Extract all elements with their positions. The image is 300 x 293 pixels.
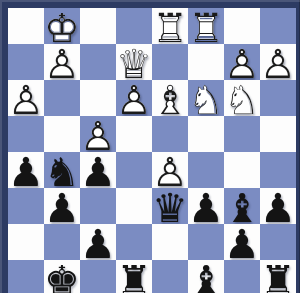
square-b8[interactable] bbox=[224, 260, 260, 293]
square-c4[interactable] bbox=[188, 116, 224, 152]
square-d2[interactable] bbox=[152, 44, 188, 80]
piece-white-pawn: ♟♙ bbox=[224, 44, 260, 80]
black-piece-glyph: ♛ bbox=[152, 188, 188, 228]
square-c7[interactable] bbox=[188, 224, 224, 260]
black-piece-glyph: ♝ bbox=[188, 260, 224, 293]
board-frame: ♚♔♜♖♜♖♟♙♛♕♟♙♟♙♟♙♟♙♝♗♞♘♞♘♟♙♟♞♟♟♙♟♛♟♝♟♟♟♚♜… bbox=[0, 0, 300, 293]
square-e8[interactable]: ♜ bbox=[116, 260, 152, 293]
black-piece-glyph: ♜ bbox=[116, 260, 152, 293]
piece-black-pawn: ♟ bbox=[44, 188, 80, 224]
square-a4[interactable] bbox=[260, 116, 296, 152]
square-h6[interactable] bbox=[8, 188, 44, 224]
piece-black-pawn: ♟ bbox=[8, 152, 44, 188]
piece-white-king: ♚♔ bbox=[44, 8, 80, 44]
piece-black-rook: ♜ bbox=[116, 260, 152, 293]
square-h8[interactable] bbox=[8, 260, 44, 293]
square-a8[interactable]: ♜ bbox=[260, 260, 296, 293]
square-a6[interactable]: ♟ bbox=[260, 188, 296, 224]
square-d3[interactable]: ♝♗ bbox=[152, 80, 188, 116]
square-d1[interactable]: ♜♖ bbox=[152, 8, 188, 44]
piece-white-pawn: ♟♙ bbox=[8, 80, 44, 116]
white-piece-outline-glyph: ♖ bbox=[152, 8, 188, 48]
square-d6[interactable]: ♛ bbox=[152, 188, 188, 224]
square-h3[interactable]: ♟♙ bbox=[8, 80, 44, 116]
black-piece-glyph: ♟ bbox=[80, 224, 116, 264]
piece-black-bishop: ♝ bbox=[224, 188, 260, 224]
piece-black-queen: ♛ bbox=[152, 188, 188, 224]
square-f4[interactable]: ♟♙ bbox=[80, 116, 116, 152]
square-h1[interactable] bbox=[8, 8, 44, 44]
square-c2[interactable] bbox=[188, 44, 224, 80]
square-d8[interactable] bbox=[152, 260, 188, 293]
square-b2[interactable]: ♟♙ bbox=[224, 44, 260, 80]
square-g1[interactable]: ♚♔ bbox=[44, 8, 80, 44]
square-c1[interactable]: ♜♖ bbox=[188, 8, 224, 44]
square-e7[interactable] bbox=[116, 224, 152, 260]
piece-white-pawn: ♟♙ bbox=[260, 44, 296, 80]
square-h4[interactable] bbox=[8, 116, 44, 152]
square-a3[interactable] bbox=[260, 80, 296, 116]
square-g5[interactable]: ♞ bbox=[44, 152, 80, 188]
square-b3[interactable]: ♞♘ bbox=[224, 80, 260, 116]
black-piece-glyph: ♟ bbox=[224, 224, 260, 264]
black-piece-glyph: ♟ bbox=[44, 188, 80, 228]
white-piece-outline-glyph: ♙ bbox=[116, 80, 152, 120]
square-d7[interactable] bbox=[152, 224, 188, 260]
square-a1[interactable] bbox=[260, 8, 296, 44]
square-e3[interactable]: ♟♙ bbox=[116, 80, 152, 116]
black-piece-glyph: ♟ bbox=[8, 152, 44, 192]
white-piece-outline-glyph: ♘ bbox=[188, 80, 224, 120]
square-f2[interactable] bbox=[80, 44, 116, 80]
black-piece-glyph: ♟ bbox=[80, 152, 116, 192]
square-d4[interactable] bbox=[152, 116, 188, 152]
piece-white-bishop: ♝♗ bbox=[152, 80, 188, 116]
piece-white-pawn: ♟♙ bbox=[152, 152, 188, 188]
white-piece-outline-glyph: ♖ bbox=[188, 8, 224, 48]
piece-white-rook: ♜♖ bbox=[188, 8, 224, 44]
square-b7[interactable]: ♟ bbox=[224, 224, 260, 260]
square-g4[interactable] bbox=[44, 116, 80, 152]
piece-white-pawn: ♟♙ bbox=[44, 44, 80, 80]
white-piece-outline-glyph: ♙ bbox=[260, 44, 296, 84]
piece-white-queen: ♛♕ bbox=[116, 44, 152, 80]
square-b6[interactable]: ♝ bbox=[224, 188, 260, 224]
square-b1[interactable] bbox=[224, 8, 260, 44]
square-c5[interactable] bbox=[188, 152, 224, 188]
square-g3[interactable] bbox=[44, 80, 80, 116]
square-e2[interactable]: ♛♕ bbox=[116, 44, 152, 80]
square-c3[interactable]: ♞♘ bbox=[188, 80, 224, 116]
black-piece-glyph: ♜ bbox=[260, 260, 296, 293]
piece-white-rook: ♜♖ bbox=[152, 8, 188, 44]
square-f7[interactable]: ♟ bbox=[80, 224, 116, 260]
square-b4[interactable] bbox=[224, 116, 260, 152]
black-piece-glyph: ♟ bbox=[260, 188, 296, 228]
black-piece-glyph: ♟ bbox=[188, 188, 224, 228]
piece-black-knight: ♞ bbox=[44, 152, 80, 188]
square-e1[interactable] bbox=[116, 8, 152, 44]
square-e5[interactable] bbox=[116, 152, 152, 188]
piece-black-rook: ♜ bbox=[260, 260, 296, 293]
square-a7[interactable] bbox=[260, 224, 296, 260]
square-f3[interactable] bbox=[80, 80, 116, 116]
piece-white-knight: ♞♘ bbox=[188, 80, 224, 116]
square-c6[interactable]: ♟ bbox=[188, 188, 224, 224]
black-piece-glyph: ♚ bbox=[44, 260, 80, 293]
square-a5[interactable] bbox=[260, 152, 296, 188]
square-f5[interactable]: ♟ bbox=[80, 152, 116, 188]
white-piece-outline-glyph: ♘ bbox=[224, 80, 260, 120]
square-h7[interactable] bbox=[8, 224, 44, 260]
chess-board: ♚♔♜♖♜♖♟♙♛♕♟♙♟♙♟♙♟♙♝♗♞♘♞♘♟♙♟♞♟♟♙♟♛♟♝♟♟♟♚♜… bbox=[8, 8, 296, 293]
piece-black-pawn: ♟ bbox=[80, 152, 116, 188]
white-piece-outline-glyph: ♙ bbox=[44, 44, 80, 84]
piece-black-pawn: ♟ bbox=[188, 188, 224, 224]
square-a2[interactable]: ♟♙ bbox=[260, 44, 296, 80]
square-h5[interactable]: ♟ bbox=[8, 152, 44, 188]
square-e6[interactable] bbox=[116, 188, 152, 224]
piece-white-pawn: ♟♙ bbox=[80, 116, 116, 152]
piece-black-pawn: ♟ bbox=[80, 224, 116, 260]
piece-black-pawn: ♟ bbox=[224, 224, 260, 260]
piece-black-bishop: ♝ bbox=[188, 260, 224, 293]
square-f1[interactable] bbox=[80, 8, 116, 44]
piece-white-pawn: ♟♙ bbox=[116, 80, 152, 116]
square-d5[interactable]: ♟♙ bbox=[152, 152, 188, 188]
white-piece-outline-glyph: ♙ bbox=[8, 80, 44, 120]
square-g7[interactable] bbox=[44, 224, 80, 260]
square-f6[interactable] bbox=[80, 188, 116, 224]
square-g2[interactable]: ♟♙ bbox=[44, 44, 80, 80]
square-b5[interactable] bbox=[224, 152, 260, 188]
white-piece-outline-glyph: ♗ bbox=[152, 80, 188, 120]
piece-black-pawn: ♟ bbox=[260, 188, 296, 224]
piece-black-king: ♚ bbox=[44, 260, 80, 293]
square-e4[interactable] bbox=[116, 116, 152, 152]
square-g8[interactable]: ♚ bbox=[44, 260, 80, 293]
square-f8[interactable] bbox=[80, 260, 116, 293]
square-c8[interactable]: ♝ bbox=[188, 260, 224, 293]
square-g6[interactable]: ♟ bbox=[44, 188, 80, 224]
piece-white-knight: ♞♘ bbox=[224, 80, 260, 116]
square-h2[interactable] bbox=[8, 44, 44, 80]
